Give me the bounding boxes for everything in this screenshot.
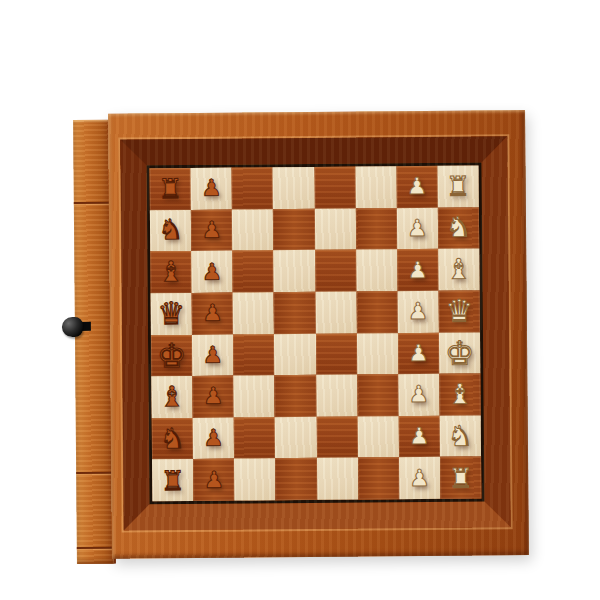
board-square-r8c6[interactable] <box>358 458 399 500</box>
board-square-r1c6[interactable] <box>355 166 396 208</box>
board-square-r1c3[interactable] <box>232 167 273 209</box>
board-square-r3c1[interactable]: ♝ <box>150 251 191 293</box>
board-square-r3c3[interactable] <box>232 250 273 292</box>
piece-brown-rook[interactable]: ♜ <box>158 175 182 202</box>
board-square-r6c2[interactable]: ♟ <box>192 376 233 418</box>
board-square-r2c1[interactable]: ♞ <box>150 210 191 252</box>
piece-brown-queen[interactable]: ♛ <box>157 298 185 329</box>
piece-cream-bishop[interactable]: ♝ <box>446 256 471 284</box>
piece-cream-pawn[interactable]: ♟ <box>407 258 428 281</box>
board-square-r4c2[interactable]: ♟ <box>192 292 233 334</box>
panel-seam <box>77 547 114 549</box>
piece-brown-pawn[interactable]: ♟ <box>202 343 223 366</box>
panel-seam <box>76 472 113 474</box>
piece-brown-pawn[interactable]: ♟ <box>202 302 223 325</box>
piece-brown-rook[interactable]: ♜ <box>161 467 185 494</box>
board-square-r2c6[interactable] <box>355 208 396 250</box>
piece-cream-pawn[interactable]: ♟ <box>407 175 428 198</box>
board-square-r5c3[interactable] <box>233 334 274 376</box>
board-square-r8c5[interactable] <box>317 458 358 500</box>
piece-brown-knight[interactable]: ♞ <box>160 425 185 453</box>
board-square-r6c1[interactable]: ♝ <box>151 376 192 418</box>
board-square-r7c3[interactable] <box>234 417 275 459</box>
board-square-r1c1[interactable]: ♜ <box>150 168 191 210</box>
board-square-r6c6[interactable] <box>357 374 398 416</box>
board-square-r5c5[interactable] <box>315 333 356 375</box>
board-square-r7c2[interactable]: ♟ <box>193 417 234 459</box>
board-square-r4c5[interactable] <box>315 291 356 333</box>
piece-cream-pawn[interactable]: ♟ <box>408 300 429 323</box>
board-square-r1c7[interactable]: ♟ <box>396 166 437 208</box>
piece-cream-queen[interactable]: ♛ <box>445 296 473 327</box>
piece-cream-pawn[interactable]: ♟ <box>408 342 429 365</box>
piece-cream-pawn[interactable]: ♟ <box>409 425 430 448</box>
board-square-r5c1[interactable]: ♚ <box>151 334 192 376</box>
panel-seam <box>74 202 111 204</box>
board-square-r4c4[interactable] <box>274 292 315 334</box>
board-square-r7c1[interactable]: ♞ <box>152 418 193 460</box>
piece-brown-pawn[interactable]: ♟ <box>202 260 223 283</box>
board-square-r2c8[interactable]: ♞ <box>438 207 479 249</box>
board-square-r3c4[interactable] <box>274 250 315 292</box>
board-square-r1c8[interactable]: ♜ <box>437 165 478 207</box>
wooden-frame: ♜♟♟♜♞♟♟♞♝♟♟♝♛♟♟♛♚♟♟♚♝♟♟♝♞♟♟♞♜♟♟♜ <box>108 110 529 559</box>
piece-brown-king[interactable]: ♚ <box>157 339 187 372</box>
board-square-r8c7[interactable]: ♟ <box>399 457 440 499</box>
board-square-r6c4[interactable] <box>275 375 316 417</box>
board-square-r8c4[interactable] <box>275 458 316 500</box>
chess-cabinet: ♜♟♟♜♞♟♟♞♝♟♟♝♛♟♟♛♚♟♟♚♝♟♟♝♞♟♟♞♜♟♟♜ <box>73 110 529 566</box>
board-square-r4c3[interactable] <box>233 292 274 334</box>
latch-knob <box>62 317 83 337</box>
chess-board: ♜♟♟♜♞♟♟♞♝♟♟♝♛♟♟♛♚♟♟♚♝♟♟♝♞♟♟♞♜♟♟♜ <box>150 165 482 501</box>
board-square-r5c2[interactable]: ♟ <box>192 334 233 376</box>
board-square-r7c6[interactable] <box>357 416 398 458</box>
piece-brown-knight[interactable]: ♞ <box>158 216 183 244</box>
board-square-r2c3[interactable] <box>232 209 273 251</box>
board-square-r2c5[interactable] <box>314 208 355 250</box>
board-square-r6c3[interactable] <box>234 375 275 417</box>
board-border: ♜♟♟♜♞♟♟♞♝♟♟♝♛♟♟♛♚♟♟♚♝♟♟♝♞♟♟♞♜♟♟♜ <box>146 162 484 504</box>
board-square-r4c1[interactable]: ♛ <box>151 293 192 335</box>
board-square-r3c6[interactable] <box>356 249 397 291</box>
board-square-r4c6[interactable] <box>356 291 397 333</box>
board-square-r1c2[interactable]: ♟ <box>191 168 232 210</box>
board-square-r3c2[interactable]: ♟ <box>191 251 232 293</box>
board-square-r2c7[interactable]: ♟ <box>397 207 438 249</box>
board-square-r6c7[interactable]: ♟ <box>398 374 439 416</box>
board-square-r4c7[interactable]: ♟ <box>397 291 438 333</box>
piece-cream-knight[interactable]: ♞ <box>446 214 471 242</box>
board-square-r7c8[interactable]: ♞ <box>440 415 481 457</box>
board-square-r6c5[interactable] <box>316 375 357 417</box>
piece-brown-bishop[interactable]: ♝ <box>159 383 184 411</box>
piece-cream-bishop[interactable]: ♝ <box>447 380 472 408</box>
board-square-r8c2[interactable]: ♟ <box>193 459 234 501</box>
board-square-r7c7[interactable]: ♟ <box>398 416 439 458</box>
frame-bevel: ♜♟♟♜♞♟♟♞♝♟♟♝♛♟♟♛♚♟♟♚♝♟♟♝♞♟♟♞♜♟♟♜ <box>120 136 510 530</box>
piece-cream-pawn[interactable]: ♟ <box>407 217 428 240</box>
board-square-r8c1[interactable]: ♜ <box>152 459 193 501</box>
board-square-r3c5[interactable] <box>315 250 356 292</box>
piece-brown-bishop[interactable]: ♝ <box>158 258 183 286</box>
board-square-r8c8[interactable]: ♜ <box>440 457 481 499</box>
board-square-r5c7[interactable]: ♟ <box>398 332 439 374</box>
board-square-r3c8[interactable]: ♝ <box>438 249 479 291</box>
piece-cream-knight[interactable]: ♞ <box>448 422 473 450</box>
product-photo: ♜♟♟♜♞♟♟♞♝♟♟♝♛♟♟♛♚♟♟♚♝♟♟♝♞♟♟♞♜♟♟♜ <box>0 0 600 600</box>
piece-cream-king[interactable]: ♚ <box>445 336 475 369</box>
board-square-r2c2[interactable]: ♟ <box>191 209 232 251</box>
board-square-r7c5[interactable] <box>316 416 357 458</box>
board-square-r5c6[interactable] <box>357 333 398 375</box>
piece-cream-rook[interactable]: ♜ <box>448 464 472 491</box>
board-square-r6c8[interactable]: ♝ <box>439 374 480 416</box>
board-square-r2c4[interactable] <box>273 209 314 251</box>
board-square-r5c4[interactable] <box>274 333 315 375</box>
piece-brown-pawn[interactable]: ♟ <box>201 219 222 242</box>
board-square-r8c3[interactable] <box>234 459 275 501</box>
board-square-r3c7[interactable]: ♟ <box>397 249 438 291</box>
piece-brown-pawn[interactable]: ♟ <box>201 177 222 200</box>
board-square-r4c8[interactable]: ♛ <box>438 290 479 332</box>
piece-cream-rook[interactable]: ♜ <box>446 173 470 200</box>
piece-brown-pawn[interactable]: ♟ <box>204 468 225 491</box>
board-square-r5c8[interactable]: ♚ <box>439 332 480 374</box>
board-square-r1c5[interactable] <box>314 167 355 209</box>
piece-brown-pawn[interactable]: ♟ <box>203 427 224 450</box>
piece-brown-pawn[interactable]: ♟ <box>203 385 224 408</box>
piece-cream-pawn[interactable]: ♟ <box>409 467 430 490</box>
board-square-r7c4[interactable] <box>275 417 316 459</box>
board-square-r1c4[interactable] <box>273 167 314 209</box>
piece-cream-pawn[interactable]: ♟ <box>408 383 429 406</box>
